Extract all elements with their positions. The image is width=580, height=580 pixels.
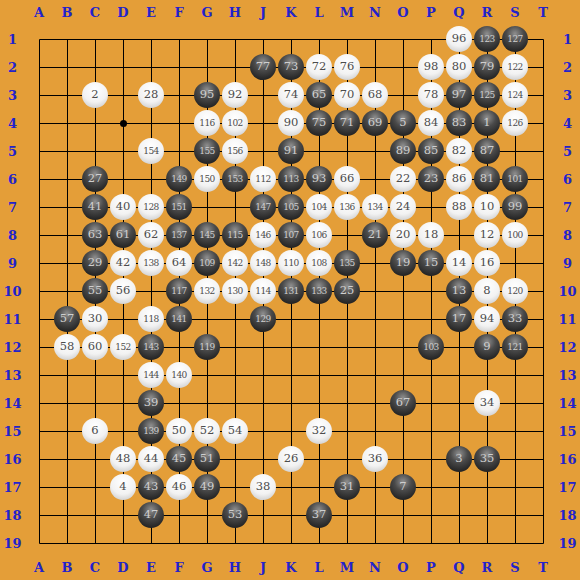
stone-black-F10[interactable]: 117 [166,278,192,304]
stone-white-Q6[interactable]: 86 [446,166,472,192]
stone-black-G12[interactable]: 119 [194,334,220,360]
stone-black-F8[interactable]: 137 [166,222,192,248]
stone-white-R9[interactable]: 16 [474,250,500,276]
stone-white-E13[interactable]: 144 [138,362,164,388]
stone-black-R4[interactable]: 1 [474,110,500,136]
move-number: 154 [143,146,158,155]
stone-white-M2[interactable]: 76 [334,54,360,80]
move-number: 121 [507,342,522,351]
col-label-F: F [165,0,193,25]
stone-black-K6[interactable]: 113 [278,166,304,192]
move-number: 113 [283,174,298,183]
move-number: 21 [368,229,383,241]
stone-black-K8[interactable]: 107 [278,222,304,248]
row-label-9: 9 [555,249,580,277]
stone-black-F7[interactable]: 151 [166,194,192,220]
move-number: 148 [255,258,270,267]
stone-white-R8[interactable]: 12 [474,222,500,248]
move-number: 8 [483,285,490,297]
move-number: 78 [424,89,439,101]
stone-black-C6[interactable]: 27 [82,166,108,192]
stone-white-S3[interactable]: 124 [502,82,528,108]
col-label-B: B [53,555,81,580]
stone-black-Q11[interactable]: 17 [446,306,472,332]
col-label-A: A [25,0,53,25]
stone-black-S1[interactable]: 127 [502,26,528,52]
stone-white-S10[interactable]: 120 [502,278,528,304]
stone-black-L10[interactable]: 133 [306,278,332,304]
stone-black-C8[interactable]: 63 [82,222,108,248]
move-number: 151 [171,202,186,211]
move-number: 96 [452,33,467,45]
stone-white-Q1[interactable]: 96 [446,26,472,52]
stone-white-D16[interactable]: 48 [110,446,136,472]
move-number: 119 [199,342,214,351]
move-number: 12 [480,229,495,241]
move-number: 27 [88,173,103,185]
move-number: 69 [368,117,383,129]
stone-black-R16[interactable]: 35 [474,446,500,472]
stone-white-Q7[interactable]: 88 [446,194,472,220]
stone-black-R1[interactable]: 123 [474,26,500,52]
stone-black-E14[interactable]: 39 [138,390,164,416]
row-label-7: 7 [0,193,25,221]
stone-black-K10[interactable]: 131 [278,278,304,304]
stone-white-J17[interactable]: 38 [250,474,276,500]
move-number: 134 [367,202,382,211]
stone-white-C12[interactable]: 60 [82,334,108,360]
stone-black-O17[interactable]: 7 [390,474,416,500]
row-label-18: 18 [0,501,25,529]
move-number: 34 [480,397,495,409]
move-number: 140 [171,370,186,379]
move-number: 64 [172,257,187,269]
stone-white-H4[interactable]: 102 [222,110,248,136]
col-label-R: R [473,0,501,25]
stone-white-R11[interactable]: 94 [474,306,500,332]
move-number: 89 [396,145,411,157]
stone-white-J8[interactable]: 146 [250,222,276,248]
stone-white-L8[interactable]: 106 [306,222,332,248]
stone-white-L9[interactable]: 108 [306,250,332,276]
move-number: 70 [340,89,355,101]
stone-black-G9[interactable]: 109 [194,250,220,276]
move-number: 144 [143,370,158,379]
move-number: 94 [480,313,495,325]
stone-white-H5[interactable]: 156 [222,138,248,164]
col-label-H: H [221,0,249,25]
stone-black-D8[interactable]: 61 [110,222,136,248]
stone-black-C7[interactable]: 41 [82,194,108,220]
stone-white-D7[interactable]: 40 [110,194,136,220]
stone-black-K2[interactable]: 73 [278,54,304,80]
move-number: 16 [480,257,495,269]
stone-black-E12[interactable]: 143 [138,334,164,360]
col-label-N: N [361,555,389,580]
move-number: 15 [424,257,439,269]
move-number: 41 [88,201,103,213]
stone-white-E5[interactable]: 154 [138,138,164,164]
stone-black-S12[interactable]: 121 [502,334,528,360]
stone-white-E3[interactable]: 28 [138,82,164,108]
row-label-17: 17 [0,473,25,501]
stone-black-G3[interactable]: 95 [194,82,220,108]
stone-white-M3[interactable]: 70 [334,82,360,108]
stone-black-M17[interactable]: 31 [334,474,360,500]
stone-black-E15[interactable]: 139 [138,418,164,444]
stone-black-J7[interactable]: 147 [250,194,276,220]
stone-black-E18[interactable]: 47 [138,502,164,528]
stone-black-Q10[interactable]: 13 [446,278,472,304]
move-number: 122 [507,62,522,71]
move-number: 46 [172,481,187,493]
stone-white-P4[interactable]: 84 [418,110,444,136]
move-number: 58 [60,341,75,353]
go-board[interactable]: 1234567891012131415161718192021222324252… [25,25,557,557]
stones-layer: 1234567891012131415161718192021222324252… [25,25,557,557]
move-number: 20 [396,229,411,241]
stone-white-F15[interactable]: 50 [166,418,192,444]
move-number: 138 [143,258,158,267]
stone-white-M7[interactable]: 136 [334,194,360,220]
stone-white-G10[interactable]: 132 [194,278,220,304]
stone-black-J11[interactable]: 129 [250,306,276,332]
stone-black-M9[interactable]: 135 [334,250,360,276]
stone-white-K4[interactable]: 90 [278,110,304,136]
stone-black-N8[interactable]: 21 [362,222,388,248]
move-number: 104 [311,202,326,211]
stone-white-G15[interactable]: 52 [194,418,220,444]
stone-white-D12[interactable]: 152 [110,334,136,360]
row-label-12: 12 [0,333,25,361]
stone-white-G4[interactable]: 116 [194,110,220,136]
move-number: 150 [199,174,214,183]
move-number: 7 [399,481,406,493]
stone-black-L6[interactable]: 93 [306,166,332,192]
stone-black-G17[interactable]: 49 [194,474,220,500]
move-number: 88 [452,201,467,213]
stone-white-H10[interactable]: 130 [222,278,248,304]
col-label-T: T [529,555,557,580]
stone-white-F13[interactable]: 140 [166,362,192,388]
stone-white-C11[interactable]: 30 [82,306,108,332]
stone-black-B11[interactable]: 57 [54,306,80,332]
col-label-O: O [389,555,417,580]
stone-white-L7[interactable]: 104 [306,194,332,220]
move-number: 118 [143,314,158,323]
move-number: 127 [507,34,522,43]
row-label-1: 1 [555,25,580,53]
move-number: 50 [172,425,187,437]
stone-white-S4[interactable]: 126 [502,110,528,136]
stone-black-K5[interactable]: 91 [278,138,304,164]
move-number: 141 [171,314,186,323]
stone-black-R2[interactable]: 79 [474,54,500,80]
move-number: 4 [119,481,126,493]
move-number: 93 [312,173,327,185]
stone-black-R6[interactable]: 81 [474,166,500,192]
stone-black-G5[interactable]: 155 [194,138,220,164]
column-labels-top: ABCDEFGHJKLMNOPQRST [25,0,557,25]
stone-black-Q16[interactable]: 3 [446,446,472,472]
move-number: 136 [339,202,354,211]
stone-black-H18[interactable]: 53 [222,502,248,528]
col-label-P: P [417,555,445,580]
row-label-4: 4 [0,109,25,137]
move-number: 101 [507,174,522,183]
stone-white-O8[interactable]: 20 [390,222,416,248]
move-number: 117 [171,286,186,295]
stone-white-D10[interactable]: 56 [110,278,136,304]
row-label-8: 8 [555,221,580,249]
stone-black-P9[interactable]: 15 [418,250,444,276]
move-number: 114 [255,286,270,295]
move-number: 3 [455,453,462,465]
row-label-13: 13 [0,361,25,389]
move-number: 57 [60,313,75,325]
col-label-M: M [333,555,361,580]
move-number: 13 [452,285,467,297]
stone-white-S2[interactable]: 122 [502,54,528,80]
move-number: 156 [227,146,242,155]
row-label-2: 2 [555,53,580,81]
move-number: 23 [424,173,439,185]
stone-white-O6[interactable]: 22 [390,166,416,192]
stone-black-S6[interactable]: 101 [502,166,528,192]
move-number: 72 [312,61,327,73]
col-label-S: S [501,555,529,580]
stone-white-Q9[interactable]: 14 [446,250,472,276]
stone-white-K3[interactable]: 74 [278,82,304,108]
stone-white-D17[interactable]: 4 [110,474,136,500]
move-number: 131 [283,286,298,295]
stone-white-L2[interactable]: 72 [306,54,332,80]
stone-white-B12[interactable]: 58 [54,334,80,360]
move-number: 24 [396,201,411,213]
row-label-3: 3 [0,81,25,109]
move-number: 73 [284,61,299,73]
move-number: 67 [396,397,411,409]
row-label-12: 12 [555,333,580,361]
stone-white-E8[interactable]: 62 [138,222,164,248]
move-number: 10 [480,201,495,213]
stone-white-H3[interactable]: 92 [222,82,248,108]
move-number: 146 [255,230,270,239]
col-label-N: N [361,0,389,25]
move-number: 87 [480,145,495,157]
stone-white-S8[interactable]: 100 [502,222,528,248]
row-label-6: 6 [555,165,580,193]
stone-white-E11[interactable]: 118 [138,306,164,332]
col-label-Q: Q [445,0,473,25]
stone-white-P3[interactable]: 78 [418,82,444,108]
move-number: 102 [227,118,242,127]
stone-black-G8[interactable]: 145 [194,222,220,248]
stone-black-J2[interactable]: 77 [250,54,276,80]
move-number: 83 [452,117,467,129]
col-label-Q: Q [445,555,473,580]
stone-black-K7[interactable]: 105 [278,194,304,220]
col-label-T: T [529,0,557,25]
stone-white-R10[interactable]: 8 [474,278,500,304]
move-number: 55 [88,285,103,297]
row-label-13: 13 [555,361,580,389]
col-label-L: L [305,0,333,25]
stone-white-F9[interactable]: 64 [166,250,192,276]
stone-white-J10[interactable]: 114 [250,278,276,304]
move-number: 47 [144,509,159,521]
stone-black-E17[interactable]: 43 [138,474,164,500]
row-label-8: 8 [0,221,25,249]
stone-white-K9[interactable]: 110 [278,250,304,276]
stone-black-P12[interactable]: 103 [418,334,444,360]
stone-white-C15[interactable]: 6 [82,418,108,444]
move-number: 33 [508,313,523,325]
stone-white-K16[interactable]: 26 [278,446,304,472]
stone-black-R5[interactable]: 87 [474,138,500,164]
move-number: 124 [507,90,522,99]
stone-white-G6[interactable]: 150 [194,166,220,192]
move-number: 26 [284,453,299,465]
stone-black-C9[interactable]: 29 [82,250,108,276]
move-number: 2 [91,89,98,101]
stone-black-L4[interactable]: 75 [306,110,332,136]
stone-white-H15[interactable]: 54 [222,418,248,444]
move-number: 5 [399,117,406,129]
col-label-D: D [109,555,137,580]
row-label-1: 1 [0,25,25,53]
col-label-C: C [81,555,109,580]
col-label-C: C [81,0,109,25]
stone-white-L15[interactable]: 32 [306,418,332,444]
stone-white-Q5[interactable]: 82 [446,138,472,164]
stone-white-H9[interactable]: 142 [222,250,248,276]
stone-white-C3[interactable]: 2 [82,82,108,108]
go-board-diagram: ABCDEFGHJKLMNOPQRST ABCDEFGHJKLMNOPQRST … [0,0,580,580]
stone-black-G16[interactable]: 51 [194,446,220,472]
move-number: 60 [88,341,103,353]
move-number: 79 [480,61,495,73]
stone-black-F16[interactable]: 45 [166,446,192,472]
stone-black-H6[interactable]: 153 [222,166,248,192]
stone-black-L18[interactable]: 37 [306,502,332,528]
stone-black-S11[interactable]: 33 [502,306,528,332]
stone-white-E16[interactable]: 44 [138,446,164,472]
move-number: 80 [452,61,467,73]
col-label-L: L [305,555,333,580]
stone-black-O9[interactable]: 19 [390,250,416,276]
stone-white-N7[interactable]: 134 [362,194,388,220]
row-label-14: 14 [0,389,25,417]
move-number: 22 [396,173,411,185]
stone-white-J6[interactable]: 112 [250,166,276,192]
stone-white-F17[interactable]: 46 [166,474,192,500]
row-label-16: 16 [0,445,25,473]
move-number: 39 [144,397,159,409]
stone-black-M10[interactable]: 25 [334,278,360,304]
move-number: 115 [227,230,242,239]
move-number: 68 [368,89,383,101]
row-label-14: 14 [555,389,580,417]
move-number: 86 [452,173,467,185]
stone-white-J9[interactable]: 148 [250,250,276,276]
move-number: 100 [507,230,522,239]
move-number: 76 [340,61,355,73]
move-number: 135 [339,258,354,267]
stone-black-R3[interactable]: 125 [474,82,500,108]
stone-white-Q2[interactable]: 80 [446,54,472,80]
move-number: 71 [340,117,355,129]
move-number: 85 [424,145,439,157]
col-label-R: R [473,555,501,580]
move-number: 107 [283,230,298,239]
stone-black-P6[interactable]: 23 [418,166,444,192]
row-label-7: 7 [555,193,580,221]
move-number: 18 [424,229,439,241]
row-label-19: 19 [555,529,580,557]
stone-black-O14[interactable]: 67 [390,390,416,416]
stone-white-E9[interactable]: 138 [138,250,164,276]
move-number: 25 [340,285,355,297]
stone-black-N4[interactable]: 69 [362,110,388,136]
stone-white-N16[interactable]: 36 [362,446,388,472]
stone-black-H8[interactable]: 115 [222,222,248,248]
stone-black-L3[interactable]: 65 [306,82,332,108]
row-label-6: 6 [0,165,25,193]
move-number: 9 [483,341,490,353]
stone-black-F11[interactable]: 141 [166,306,192,332]
move-number: 153 [227,174,242,183]
move-number: 43 [144,481,159,493]
stone-black-P5[interactable]: 85 [418,138,444,164]
stone-white-M6[interactable]: 66 [334,166,360,192]
stone-black-M4[interactable]: 71 [334,110,360,136]
col-label-H: H [221,555,249,580]
stone-white-R7[interactable]: 10 [474,194,500,220]
stone-black-C10[interactable]: 55 [82,278,108,304]
row-label-17: 17 [555,473,580,501]
move-number: 103 [423,342,438,351]
stone-white-P2[interactable]: 98 [418,54,444,80]
stone-white-R14[interactable]: 34 [474,390,500,416]
stone-black-Q4[interactable]: 83 [446,110,472,136]
stone-white-P8[interactable]: 18 [418,222,444,248]
move-number: 108 [311,258,326,267]
stone-black-S7[interactable]: 99 [502,194,528,220]
stone-white-E7[interactable]: 128 [138,194,164,220]
move-number: 42 [116,257,131,269]
move-number: 91 [284,145,299,157]
stone-black-O4[interactable]: 5 [390,110,416,136]
row-label-15: 15 [555,417,580,445]
stone-black-F6[interactable]: 149 [166,166,192,192]
stone-white-O7[interactable]: 24 [390,194,416,220]
move-number: 143 [143,342,158,351]
move-number: 125 [479,90,494,99]
move-number: 149 [171,174,186,183]
move-number: 133 [311,286,326,295]
move-number: 84 [424,117,439,129]
move-number: 105 [283,202,298,211]
stone-black-R12[interactable]: 9 [474,334,500,360]
stone-white-D9[interactable]: 42 [110,250,136,276]
move-number: 65 [312,89,327,101]
col-label-A: A [25,555,53,580]
stone-black-Q3[interactable]: 97 [446,82,472,108]
stone-white-N3[interactable]: 68 [362,82,388,108]
move-number: 48 [116,453,131,465]
stone-black-O5[interactable]: 89 [390,138,416,164]
